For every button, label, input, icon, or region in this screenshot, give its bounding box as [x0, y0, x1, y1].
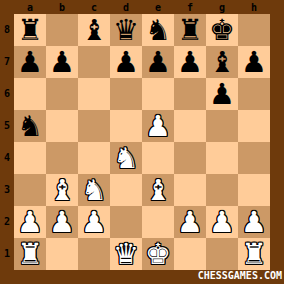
square-c8[interactable]: ♝: [78, 14, 110, 46]
piece-black-pawn[interactable]: ♟: [206, 78, 238, 110]
piece-white-bishop[interactable]: ♝: [46, 174, 78, 206]
square-h4[interactable]: [238, 142, 270, 174]
square-c5[interactable]: [78, 110, 110, 142]
square-f8[interactable]: ♜: [174, 14, 206, 46]
piece-white-queen[interactable]: ♛: [110, 238, 142, 270]
piece-white-bishop[interactable]: ♝: [142, 174, 174, 206]
rank-label-6: 6: [0, 78, 14, 110]
square-d4[interactable]: ♞: [110, 142, 142, 174]
square-h6[interactable]: [238, 78, 270, 110]
piece-black-pawn[interactable]: ♟: [46, 46, 78, 78]
rank-label-4: 4: [0, 142, 14, 174]
square-f5[interactable]: [174, 110, 206, 142]
piece-white-pawn[interactable]: ♟: [14, 206, 46, 238]
square-a6[interactable]: [14, 78, 46, 110]
chessgames-watermark: CHESSGAMES.COM: [198, 269, 282, 283]
square-e6[interactable]: [142, 78, 174, 110]
piece-white-knight[interactable]: ♞: [78, 174, 110, 206]
square-e1[interactable]: ♚: [142, 238, 174, 270]
square-e2[interactable]: [142, 206, 174, 238]
piece-black-knight[interactable]: ♞: [142, 14, 174, 46]
square-d5[interactable]: [110, 110, 142, 142]
square-f1[interactable]: [174, 238, 206, 270]
piece-black-pawn[interactable]: ♟: [14, 46, 46, 78]
square-h8[interactable]: [238, 14, 270, 46]
square-c2[interactable]: ♟: [78, 206, 110, 238]
piece-black-pawn[interactable]: ♟: [174, 46, 206, 78]
square-c4[interactable]: [78, 142, 110, 174]
square-g2[interactable]: ♟: [206, 206, 238, 238]
rank-label-8: 8: [0, 14, 14, 46]
piece-black-pawn[interactable]: ♟: [142, 46, 174, 78]
square-d3[interactable]: [110, 174, 142, 206]
file-label-b: b: [46, 0, 78, 15]
square-e4[interactable]: [142, 142, 174, 174]
piece-white-pawn[interactable]: ♟: [174, 206, 206, 238]
piece-white-pawn[interactable]: ♟: [142, 110, 174, 142]
square-g1[interactable]: [206, 238, 238, 270]
square-g7[interactable]: ♝: [206, 46, 238, 78]
piece-black-rook[interactable]: ♜: [14, 14, 46, 46]
rank-label-2: 2: [0, 206, 14, 238]
piece-black-king[interactable]: ♚: [206, 14, 238, 46]
rank-label-3: 3: [0, 174, 14, 206]
rank-label-5: 5: [0, 110, 14, 142]
square-a2[interactable]: ♟: [14, 206, 46, 238]
square-b2[interactable]: ♟: [46, 206, 78, 238]
square-g3[interactable]: [206, 174, 238, 206]
square-h2[interactable]: ♟: [238, 206, 270, 238]
square-d6[interactable]: [110, 78, 142, 110]
square-c1[interactable]: [78, 238, 110, 270]
piece-black-queen[interactable]: ♛: [110, 14, 142, 46]
square-b1[interactable]: [46, 238, 78, 270]
square-e5[interactable]: ♟: [142, 110, 174, 142]
square-c7[interactable]: [78, 46, 110, 78]
square-d8[interactable]: ♛: [110, 14, 142, 46]
square-f7[interactable]: ♟: [174, 46, 206, 78]
chess-board[interactable]: ♜♝♛♞♜♚♟♟♟♟♟♝♟♟♞♟♞♝♞♝♟♟♟♟♟♟♜♛♚♜: [14, 14, 270, 270]
square-h3[interactable]: [238, 174, 270, 206]
square-c6[interactable]: [78, 78, 110, 110]
square-f2[interactable]: ♟: [174, 206, 206, 238]
square-d1[interactable]: ♛: [110, 238, 142, 270]
piece-white-pawn[interactable]: ♟: [238, 206, 270, 238]
piece-white-rook[interactable]: ♜: [238, 238, 270, 270]
square-a4[interactable]: [14, 142, 46, 174]
piece-black-pawn[interactable]: ♟: [238, 46, 270, 78]
square-h5[interactable]: [238, 110, 270, 142]
piece-white-pawn[interactable]: ♟: [46, 206, 78, 238]
square-a1[interactable]: ♜: [14, 238, 46, 270]
rank-label-1: 1: [0, 238, 14, 270]
square-a5[interactable]: ♞: [14, 110, 46, 142]
square-g6[interactable]: ♟: [206, 78, 238, 110]
piece-black-bishop[interactable]: ♝: [78, 14, 110, 46]
piece-white-king[interactable]: ♚: [142, 238, 174, 270]
square-f6[interactable]: [174, 78, 206, 110]
square-a8[interactable]: ♜: [14, 14, 46, 46]
square-g8[interactable]: ♚: [206, 14, 238, 46]
square-h1[interactable]: ♜: [238, 238, 270, 270]
square-b6[interactable]: [46, 78, 78, 110]
square-e3[interactable]: ♝: [142, 174, 174, 206]
piece-white-pawn[interactable]: ♟: [78, 206, 110, 238]
square-f4[interactable]: [174, 142, 206, 174]
square-a7[interactable]: ♟: [14, 46, 46, 78]
piece-black-rook[interactable]: ♜: [174, 14, 206, 46]
piece-black-bishop[interactable]: ♝: [206, 46, 238, 78]
piece-white-knight[interactable]: ♞: [110, 142, 142, 174]
piece-white-rook[interactable]: ♜: [14, 238, 46, 270]
square-d7[interactable]: ♟: [110, 46, 142, 78]
square-b5[interactable]: [46, 110, 78, 142]
square-e8[interactable]: ♞: [142, 14, 174, 46]
square-f3[interactable]: [174, 174, 206, 206]
file-label-h: h: [238, 0, 270, 15]
piece-black-pawn[interactable]: ♟: [110, 46, 142, 78]
file-labels: abcdefgh: [14, 0, 270, 14]
square-b3[interactable]: ♝: [46, 174, 78, 206]
square-g5[interactable]: [206, 110, 238, 142]
square-b7[interactable]: ♟: [46, 46, 78, 78]
piece-white-pawn[interactable]: ♟: [206, 206, 238, 238]
square-a3[interactable]: [14, 174, 46, 206]
square-g4[interactable]: [206, 142, 238, 174]
square-h7[interactable]: ♟: [238, 46, 270, 78]
square-d2[interactable]: [110, 206, 142, 238]
square-b8[interactable]: [46, 14, 78, 46]
chess-diagram: abcdefgh 87654321 ♜♝♛♞♜♚♟♟♟♟♟♝♟♟♞♟♞♝♞♝♟♟…: [0, 0, 284, 284]
rank-label-7: 7: [0, 46, 14, 78]
square-e7[interactable]: ♟: [142, 46, 174, 78]
square-c3[interactable]: ♞: [78, 174, 110, 206]
square-b4[interactable]: [46, 142, 78, 174]
rank-labels: 87654321: [0, 14, 14, 270]
piece-black-knight[interactable]: ♞: [14, 110, 46, 142]
